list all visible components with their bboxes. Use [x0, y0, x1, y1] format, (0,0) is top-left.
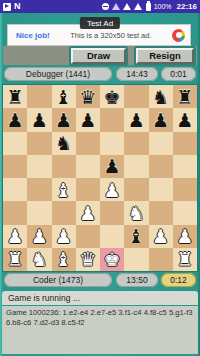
square-c2[interactable]: ♟: [52, 225, 76, 248]
piece-wP-d3: ♟: [76, 203, 100, 222]
piece-bN-c6: ♞: [52, 134, 76, 153]
system-icons: 100% 22:16: [102, 2, 197, 11]
piece-wP-a2: ♟: [3, 227, 27, 246]
square-c4[interactable]: ♝: [52, 178, 76, 201]
piece-bP-e5: ♟: [100, 157, 124, 176]
square-h1[interactable]: ♜: [173, 248, 197, 271]
cellular-icon: [123, 3, 131, 10]
piece-wB-c4: ♝: [52, 180, 76, 199]
opponent-name: Debugger (1441): [4, 67, 112, 81]
square-a2[interactable]: ♟: [3, 225, 27, 248]
square-h4[interactable]: [173, 178, 197, 201]
square-a6[interactable]: [3, 132, 27, 155]
piece-bQ-d8: ♛: [76, 87, 100, 106]
square-g3[interactable]: [149, 201, 173, 224]
square-f7[interactable]: ♟: [124, 108, 148, 131]
play-store-icon: [3, 3, 11, 11]
piece-wP-b2: ♟: [27, 227, 51, 246]
square-f2[interactable]: ♝: [124, 225, 148, 248]
piece-bP-d7: ♟: [76, 110, 100, 129]
opponent-main-clock: 14:43: [116, 67, 158, 81]
square-f4[interactable]: [124, 178, 148, 201]
square-h6[interactable]: [173, 132, 197, 155]
opponent-info-row: Debugger (1441) 14:43 0:01: [0, 66, 200, 83]
piece-bK-e8: ♚: [100, 87, 124, 106]
piece-bP-f7: ♟: [124, 110, 148, 129]
piece-wN-b1: ♞: [27, 250, 51, 269]
piece-wP-g2: ♟: [149, 227, 173, 246]
square-f5[interactable]: [124, 155, 148, 178]
square-f3[interactable]: ♞: [124, 201, 148, 224]
cellular2-icon: [134, 3, 142, 10]
wifi-icon: [112, 3, 120, 10]
piece-bR-h8: ♜: [173, 87, 197, 106]
square-b7[interactable]: ♟: [27, 108, 51, 131]
square-c1[interactable]: ♝: [52, 248, 76, 271]
battery-icon: [146, 3, 151, 11]
piece-bN-g8: ♞: [149, 87, 173, 106]
square-b2[interactable]: ♟: [27, 225, 51, 248]
square-c3[interactable]: [52, 201, 76, 224]
clock-time: 22:16: [177, 2, 197, 11]
notification-icons: N: [3, 2, 102, 11]
do-not-disturb-icon: [102, 3, 109, 10]
square-e3[interactable]: [100, 201, 124, 224]
square-e2[interactable]: [100, 225, 124, 248]
piece-bP-b7: ♟: [27, 110, 51, 129]
square-h5[interactable]: [173, 155, 197, 178]
square-a1[interactable]: ♜: [3, 248, 27, 271]
square-g4[interactable]: [149, 178, 173, 201]
piece-wK-e1: ♚: [100, 250, 124, 269]
square-b3[interactable]: [27, 201, 51, 224]
piece-bP-h7: ♟: [173, 110, 197, 129]
square-a4[interactable]: [3, 178, 27, 201]
square-b8[interactable]: [27, 85, 51, 108]
piece-bP-c7: ♟: [52, 110, 76, 129]
square-d5[interactable]: [76, 155, 100, 178]
square-c5[interactable]: [52, 155, 76, 178]
piece-bP-a7: ♟: [3, 110, 27, 129]
square-c7[interactable]: ♟: [52, 108, 76, 131]
square-b5[interactable]: [27, 155, 51, 178]
square-d4[interactable]: [76, 178, 100, 201]
game-status-message: Game is running ...: [2, 291, 198, 305]
square-d8[interactable]: ♛: [76, 85, 100, 108]
piece-bP-g7: ♟: [149, 110, 173, 129]
square-b1[interactable]: ♞: [27, 248, 51, 271]
piece-wP-c2: ♟: [52, 227, 76, 246]
square-a5[interactable]: [3, 155, 27, 178]
piece-wR-a1: ♜: [3, 250, 27, 269]
square-e5[interactable]: ♟: [100, 155, 124, 178]
square-f1[interactable]: [124, 248, 148, 271]
opponent-increment-clock: 0:01: [161, 67, 196, 81]
square-c6[interactable]: ♞: [52, 132, 76, 155]
square-h3[interactable]: [173, 201, 197, 224]
piece-wB-c1: ♝: [52, 250, 76, 269]
square-g8[interactable]: ♞: [149, 85, 173, 108]
piece-wQ-d1: ♛: [76, 250, 100, 269]
player-name: Coder (1473): [4, 273, 112, 287]
square-d6[interactable]: [76, 132, 100, 155]
player-main-clock: 13:50: [116, 273, 158, 287]
move-list[interactable]: Game 1000236: 1.e2-e4 2.e7-e5 3.f1-c4 4.…: [2, 306, 198, 354]
square-b4[interactable]: [27, 178, 51, 201]
square-e4[interactable]: ♟: [100, 178, 124, 201]
square-e8[interactable]: ♚: [100, 85, 124, 108]
square-d1[interactable]: ♛: [76, 248, 100, 271]
piece-wR-h1: ♜: [173, 250, 197, 269]
square-e7[interactable]: [100, 108, 124, 131]
piece-wP-h2: ♟: [173, 227, 197, 246]
test-ad-tooltip: Test Ad: [80, 17, 120, 29]
piece-wN-f3: ♞: [124, 203, 148, 222]
ad-body-text[interactable]: This is a 320x50 test ad.: [50, 31, 172, 40]
square-h8[interactable]: ♜: [173, 85, 197, 108]
status-bar: N 100% 22:16: [0, 0, 200, 13]
square-g6[interactable]: [149, 132, 173, 155]
piece-bR-a8: ♜: [3, 87, 27, 106]
square-d7[interactable]: ♟: [76, 108, 100, 131]
square-b6[interactable]: [27, 132, 51, 155]
square-g2[interactable]: ♟: [149, 225, 173, 248]
game-buttons-panel: Draw Resign: [3, 46, 197, 65]
square-h2[interactable]: ♟: [173, 225, 197, 248]
resign-button[interactable]: Resign: [136, 48, 194, 64]
square-a3[interactable]: [3, 201, 27, 224]
draw-button[interactable]: Draw: [71, 48, 126, 64]
square-g5[interactable]: [149, 155, 173, 178]
piece-bB-c8: ♝: [52, 87, 76, 106]
chess-board: ♜♝♛♚♞♜♟♟♟♟♟♟♟♞♟♝♟♟♞♟♟♟♝♟♟♜♞♝♛♚♜: [2, 84, 198, 272]
square-e6[interactable]: [100, 132, 124, 155]
square-a7[interactable]: ♟: [3, 108, 27, 131]
square-d2[interactable]: [76, 225, 100, 248]
n-notification-icon: N: [14, 2, 21, 11]
piece-wP-e4: ♟: [100, 180, 124, 199]
ad-headline[interactable]: Nice job!: [16, 31, 50, 40]
square-a8[interactable]: ♜: [3, 85, 27, 108]
chess-app-screen: N 100% 22:16 Test Ad Nice job! This is a…: [0, 0, 200, 356]
player-info-row: Coder (1473) 13:50 0:12: [0, 272, 200, 289]
square-f6[interactable]: [124, 132, 148, 155]
square-h7[interactable]: ♟: [173, 108, 197, 131]
square-d3[interactable]: ♟: [76, 201, 100, 224]
admob-logo-icon: [172, 29, 185, 42]
piece-bB-f2: ♝: [124, 227, 148, 246]
player-increment-clock: 0:12: [161, 273, 196, 287]
square-c8[interactable]: ♝: [52, 85, 76, 108]
square-g1[interactable]: [149, 248, 173, 271]
square-e1[interactable]: ♚: [100, 248, 124, 271]
battery-percent: 100%: [154, 3, 172, 10]
square-f8[interactable]: [124, 85, 148, 108]
square-g7[interactable]: ♟: [149, 108, 173, 131]
